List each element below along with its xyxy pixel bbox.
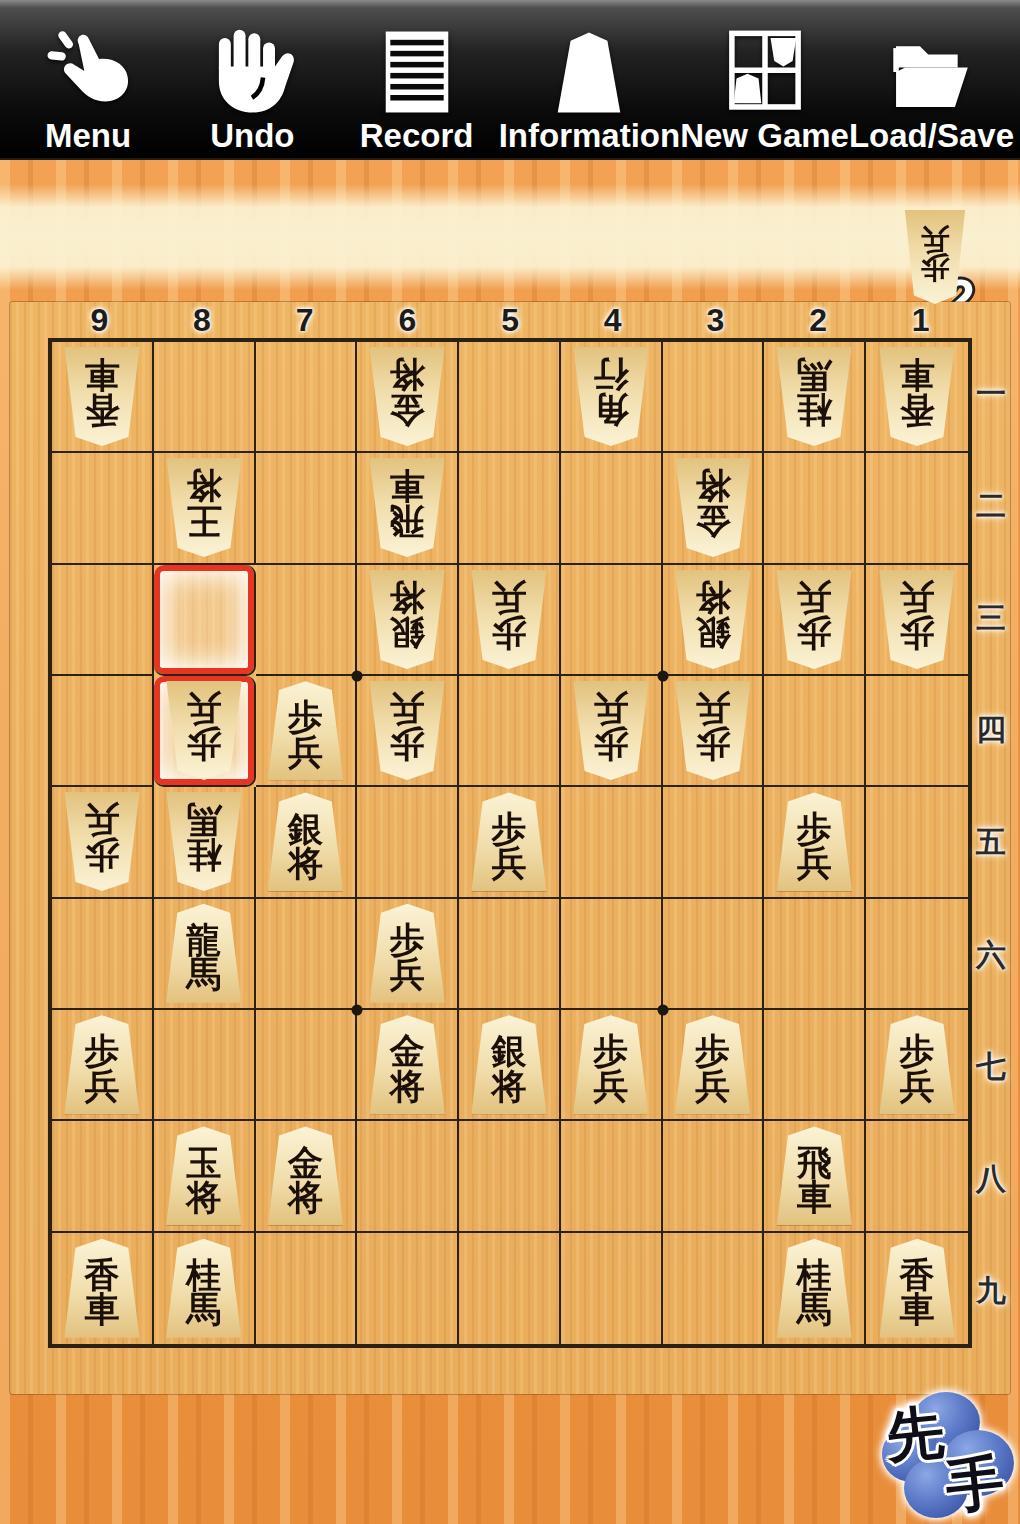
board-cell[interactable]: 金将 (256, 1121, 358, 1232)
gote-hand-tray: 歩兵 2 (0, 184, 1020, 290)
shogi-piece-king[interactable]: 玉将 (164, 1126, 244, 1225)
board-cell[interactable] (866, 899, 968, 1010)
board-cell[interactable]: 香車 (866, 342, 968, 453)
shogi-piece-gold[interactable]: 金将 (367, 1015, 447, 1114)
piece-kanji: 歩兵 (797, 812, 832, 881)
piece-kanji: 金将 (695, 470, 730, 539)
piece-kanji: 金将 (390, 358, 425, 427)
rank-label: 八 (974, 1124, 1008, 1236)
board-cell[interactable]: 桂馬 (764, 342, 866, 453)
piece-kanji: 銀将 (288, 812, 323, 881)
rank-label: 五 (974, 787, 1008, 899)
piece-kanji: 歩兵 (491, 581, 526, 650)
board-cell[interactable]: 歩兵 (663, 1010, 765, 1121)
board-cell[interactable]: 飛車 (764, 1121, 866, 1232)
board-cell[interactable] (52, 676, 154, 787)
shogi-piece-pawn[interactable]: 歩兵 (774, 570, 854, 669)
open-hand-icon (206, 26, 298, 118)
board-cell[interactable] (764, 676, 866, 787)
board-cell[interactable] (561, 1121, 663, 1232)
piece-kanji: 歩兵 (288, 700, 323, 769)
board-cell[interactable]: 王将 (154, 453, 256, 564)
undo-button[interactable]: Undo (170, 0, 334, 158)
rank-label: 四 (974, 675, 1008, 787)
file-label: 2 (767, 302, 870, 338)
board-cell[interactable]: 香車 (52, 1233, 154, 1344)
piece-kanji: 歩兵 (900, 1034, 935, 1103)
board-cell[interactable] (459, 899, 561, 1010)
piece-kanji: 桂馬 (186, 804, 221, 873)
piece-kanji: 歩兵 (84, 1034, 119, 1103)
board-cell[interactable] (154, 1010, 256, 1121)
board-cell[interactable]: 歩兵 (357, 676, 459, 787)
file-label: 5 (459, 302, 562, 338)
board-cell[interactable]: 銀将 (663, 565, 765, 676)
piece-kanji: 歩兵 (186, 692, 221, 761)
board-cell[interactable]: 香車 (866, 1233, 968, 1344)
board-cell[interactable]: 歩兵 (256, 676, 358, 787)
board-cell[interactable] (459, 676, 561, 787)
board-cell[interactable] (52, 453, 154, 564)
board-cell[interactable] (357, 1121, 459, 1232)
board-cell[interactable] (764, 899, 866, 1010)
piece-kanji: 王将 (186, 470, 221, 539)
shogi-piece-pawn[interactable]: 歩兵 (367, 681, 447, 780)
rank-label: 一 (974, 338, 1008, 450)
piece-kanji: 桂馬 (797, 358, 832, 427)
board-cell[interactable] (256, 342, 358, 453)
badge-char-1: 先 (882, 1393, 948, 1477)
shogi-piece-rook[interactable]: 飛車 (367, 458, 447, 557)
board-cell[interactable] (866, 676, 968, 787)
board-cell[interactable] (154, 342, 256, 453)
document-lines-icon (371, 26, 463, 118)
piece-kanji: 香車 (900, 1258, 935, 1327)
load-save-label: Load/Save (849, 118, 1014, 154)
board-cell[interactable]: 龍馬 (154, 899, 256, 1010)
shogi-piece-gold[interactable]: 金将 (673, 458, 753, 557)
shogi-piece-bishop[interactable]: 角行 (571, 347, 651, 446)
piece-kanji: 香車 (900, 358, 935, 427)
board-cell[interactable]: 金将 (663, 453, 765, 564)
piece-kanji: 桂馬 (186, 1258, 221, 1327)
board-cell[interactable] (561, 565, 663, 676)
board-cell[interactable]: 角行 (561, 342, 663, 453)
board-cell[interactable] (561, 1233, 663, 1344)
board-cell[interactable] (52, 899, 154, 1010)
piece-kanji: 銀将 (390, 581, 425, 650)
board-cell[interactable]: 銀将 (357, 565, 459, 676)
board-cell[interactable] (256, 565, 358, 676)
piece-kanji: 角行 (593, 358, 628, 427)
load-save-button[interactable]: Load/Save (849, 0, 1014, 158)
new-game-button[interactable]: New Game (680, 0, 849, 158)
file-label: 1 (869, 302, 972, 338)
piece-kanji: 歩兵 (390, 923, 425, 992)
board-cell[interactable] (561, 453, 663, 564)
board-cell[interactable] (866, 787, 968, 898)
shogi-piece-pawn[interactable]: 歩兵 (673, 1015, 753, 1114)
shogi-piece-icon (543, 26, 635, 118)
board-cell[interactable]: 桂馬 (154, 1233, 256, 1344)
piece-kanji: 歩兵 (390, 692, 425, 761)
board-cell[interactable]: 歩兵 (459, 787, 561, 898)
board-cell[interactable]: 香車 (52, 342, 154, 453)
rank-label: 六 (974, 899, 1008, 1011)
board-grid: 香車金将角行桂馬香車王将飛車金将銀将歩兵銀将歩兵歩兵歩兵歩兵歩兵歩兵歩兵歩兵桂馬… (48, 338, 972, 1348)
piece-kanji: 龍馬 (186, 923, 221, 992)
piece-kanji: 歩兵 (593, 1034, 628, 1103)
board-cell[interactable]: 歩兵 (459, 565, 561, 676)
file-label: 3 (664, 302, 767, 338)
piece-kanji: 銀将 (491, 1034, 526, 1103)
shogi-piece-pawn[interactable]: 歩兵 (62, 792, 142, 891)
board-cell[interactable] (256, 1233, 358, 1344)
new-game-label: New Game (680, 118, 849, 154)
shogi-piece-gold[interactable]: 金将 (265, 1126, 345, 1225)
shogi-piece-rook[interactable]: 飛車 (774, 1126, 854, 1225)
board-quad-icon (719, 26, 811, 118)
menu-button[interactable]: Menu (6, 0, 170, 158)
board-cell[interactable] (52, 565, 154, 676)
board-cell[interactable]: 歩兵 (357, 899, 459, 1010)
star-point (657, 671, 668, 682)
board-cell[interactable] (561, 787, 663, 898)
file-label: 4 (561, 302, 664, 338)
shogi-piece-pawn[interactable]: 歩兵 (774, 792, 854, 891)
information-label: Information (499, 118, 680, 154)
piece-kanji: 金将 (288, 1146, 323, 1215)
shogi-piece-pawn[interactable]: 歩兵 (62, 1015, 142, 1114)
toolbar: Menu Undo (0, 0, 1020, 160)
open-folder-icon (885, 26, 977, 118)
file-label: 7 (253, 302, 356, 338)
piece-kanji: 歩兵 (900, 581, 935, 650)
hand-piece-kanji: 歩兵 (921, 226, 950, 283)
shogi-piece-promoted-bishop-horse[interactable]: 龍馬 (164, 904, 244, 1003)
background: 歩兵 2 987654321 香車金将角行桂馬香車王将飛車金将銀将歩兵銀将歩兵歩… (0, 160, 1020, 1524)
board-cell[interactable]: 歩兵 (663, 676, 765, 787)
star-point (657, 1005, 668, 1016)
shogi-piece-pawn[interactable]: 歩兵 (571, 1015, 651, 1114)
file-label: 9 (48, 302, 151, 338)
board-cell[interactable]: 歩兵 (561, 676, 663, 787)
piece-kanji: 歩兵 (797, 581, 832, 650)
shogi-piece-pawn[interactable]: 歩兵 (673, 681, 753, 780)
piece-kanji: 香車 (84, 358, 119, 427)
piece-kanji: 飛車 (797, 1146, 832, 1215)
board-cell[interactable] (459, 342, 561, 453)
board-cell[interactable] (561, 899, 663, 1010)
shogi-piece-silver[interactable]: 銀将 (673, 570, 753, 669)
board-cell[interactable]: 歩兵 (764, 787, 866, 898)
file-labels: 987654321 (48, 302, 972, 338)
shogi-piece-lance[interactable]: 香車 (877, 347, 957, 446)
board-cell[interactable] (256, 453, 358, 564)
board-cell[interactable]: 玉将 (154, 1121, 256, 1232)
shogi-piece-pawn[interactable]: 歩兵 (877, 1015, 957, 1114)
star-point (352, 671, 363, 682)
board-cell[interactable]: 飛車 (357, 453, 459, 564)
piece-kanji: 歩兵 (84, 804, 119, 873)
shogi-board: 987654321 香車金将角行桂馬香車王将飛車金将銀将歩兵銀将歩兵歩兵歩兵歩兵… (10, 302, 1010, 1394)
board-cell[interactable] (459, 1233, 561, 1344)
board-cell[interactable]: 銀将 (256, 787, 358, 898)
piece-kanji: 飛車 (390, 470, 425, 539)
tap-hand-icon (42, 26, 134, 118)
turn-badge: 先 手 (880, 1390, 1018, 1524)
shogi-piece-silver[interactable]: 銀将 (367, 570, 447, 669)
shogi-piece-pawn[interactable]: 歩兵 (265, 681, 345, 780)
board-cell[interactable]: 桂馬 (154, 787, 256, 898)
board-cell[interactable] (256, 1010, 358, 1121)
board-cell[interactable]: 歩兵 (52, 787, 154, 898)
rank-labels: 一二三四五六七八九 (974, 338, 1008, 1348)
rank-label: 二 (974, 450, 1008, 562)
shogi-piece-gold[interactable]: 金将 (367, 347, 447, 446)
board-cell[interactable] (663, 899, 765, 1010)
board-cell[interactable] (52, 1121, 154, 1232)
star-point (352, 1005, 363, 1016)
board-cell[interactable]: 金将 (357, 1010, 459, 1121)
menu-label: Menu (45, 118, 131, 154)
board-cell[interactable] (357, 787, 459, 898)
information-button[interactable]: Information (499, 0, 680, 158)
shogi-piece-knight[interactable]: 桂馬 (164, 792, 244, 891)
rank-label: 七 (974, 1011, 1008, 1123)
piece-kanji: 金将 (390, 1034, 425, 1103)
shogi-piece-lance[interactable]: 香車 (877, 1239, 957, 1338)
board-cell[interactable]: 桂馬 (764, 1233, 866, 1344)
board-cell[interactable] (663, 1233, 765, 1344)
piece-kanji: 桂馬 (797, 1258, 832, 1327)
shogi-piece-pawn[interactable]: 歩兵 (469, 570, 549, 669)
board-cell[interactable]: 歩兵 (561, 1010, 663, 1121)
shogi-piece-knight[interactable]: 桂馬 (164, 1239, 244, 1338)
board-cell[interactable] (866, 1121, 968, 1232)
shogi-piece-pawn[interactable]: 歩兵 (877, 570, 957, 669)
shogi-piece-pawn[interactable]: 歩兵 (164, 681, 244, 780)
board-cell[interactable]: 歩兵 (154, 676, 256, 787)
file-label: 6 (356, 302, 459, 338)
piece-kanji: 香車 (84, 1258, 119, 1327)
board-cell[interactable] (764, 1010, 866, 1121)
shogi-piece-knight[interactable]: 桂馬 (774, 1239, 854, 1338)
badge-char-2: 手 (942, 1443, 1008, 1524)
board-cell[interactable] (459, 453, 561, 564)
piece-kanji: 玉将 (186, 1146, 221, 1215)
shogi-piece-pawn[interactable]: 歩兵 (571, 681, 651, 780)
shogi-piece-pawn[interactable]: 歩兵 (469, 792, 549, 891)
record-label: Record (360, 118, 474, 154)
shogi-piece-knight[interactable]: 桂馬 (774, 347, 854, 446)
board-cell[interactable]: 金将 (357, 342, 459, 453)
board-cell[interactable] (357, 1233, 459, 1344)
rank-label: 九 (974, 1236, 1008, 1348)
shogi-app: Menu Undo (0, 0, 1020, 1524)
board-cell[interactable] (154, 565, 256, 676)
board-cell[interactable] (764, 453, 866, 564)
board-cell[interactable]: 歩兵 (52, 1010, 154, 1121)
shogi-piece-silver[interactable]: 銀将 (265, 792, 345, 891)
file-label: 8 (151, 302, 254, 338)
board-cell[interactable] (663, 787, 765, 898)
piece-kanji: 歩兵 (695, 1034, 730, 1103)
piece-kanji: 銀将 (695, 581, 730, 650)
rank-label: 三 (974, 562, 1008, 674)
board-cell[interactable]: 歩兵 (866, 1010, 968, 1121)
shogi-piece-lance[interactable]: 香車 (62, 1239, 142, 1338)
board-cell[interactable]: 歩兵 (866, 565, 968, 676)
piece-kanji: 歩兵 (593, 692, 628, 761)
piece-kanji: 歩兵 (491, 812, 526, 881)
board-cell[interactable] (256, 899, 358, 1010)
shogi-piece-pawn[interactable]: 歩兵 (367, 904, 447, 1003)
board-cell[interactable] (866, 453, 968, 564)
piece-kanji: 歩兵 (695, 692, 730, 761)
shogi-piece-king[interactable]: 王将 (164, 458, 244, 557)
shogi-piece-lance[interactable]: 香車 (62, 347, 142, 446)
undo-label: Undo (210, 118, 294, 154)
board-cell[interactable] (663, 1121, 765, 1232)
board-cell[interactable] (459, 1121, 561, 1232)
board-cell[interactable]: 銀将 (459, 1010, 561, 1121)
board-cell[interactable]: 歩兵 (764, 565, 866, 676)
record-button[interactable]: Record (334, 0, 498, 158)
board-cell[interactable] (663, 342, 765, 453)
shogi-piece-silver[interactable]: 銀将 (469, 1015, 549, 1114)
